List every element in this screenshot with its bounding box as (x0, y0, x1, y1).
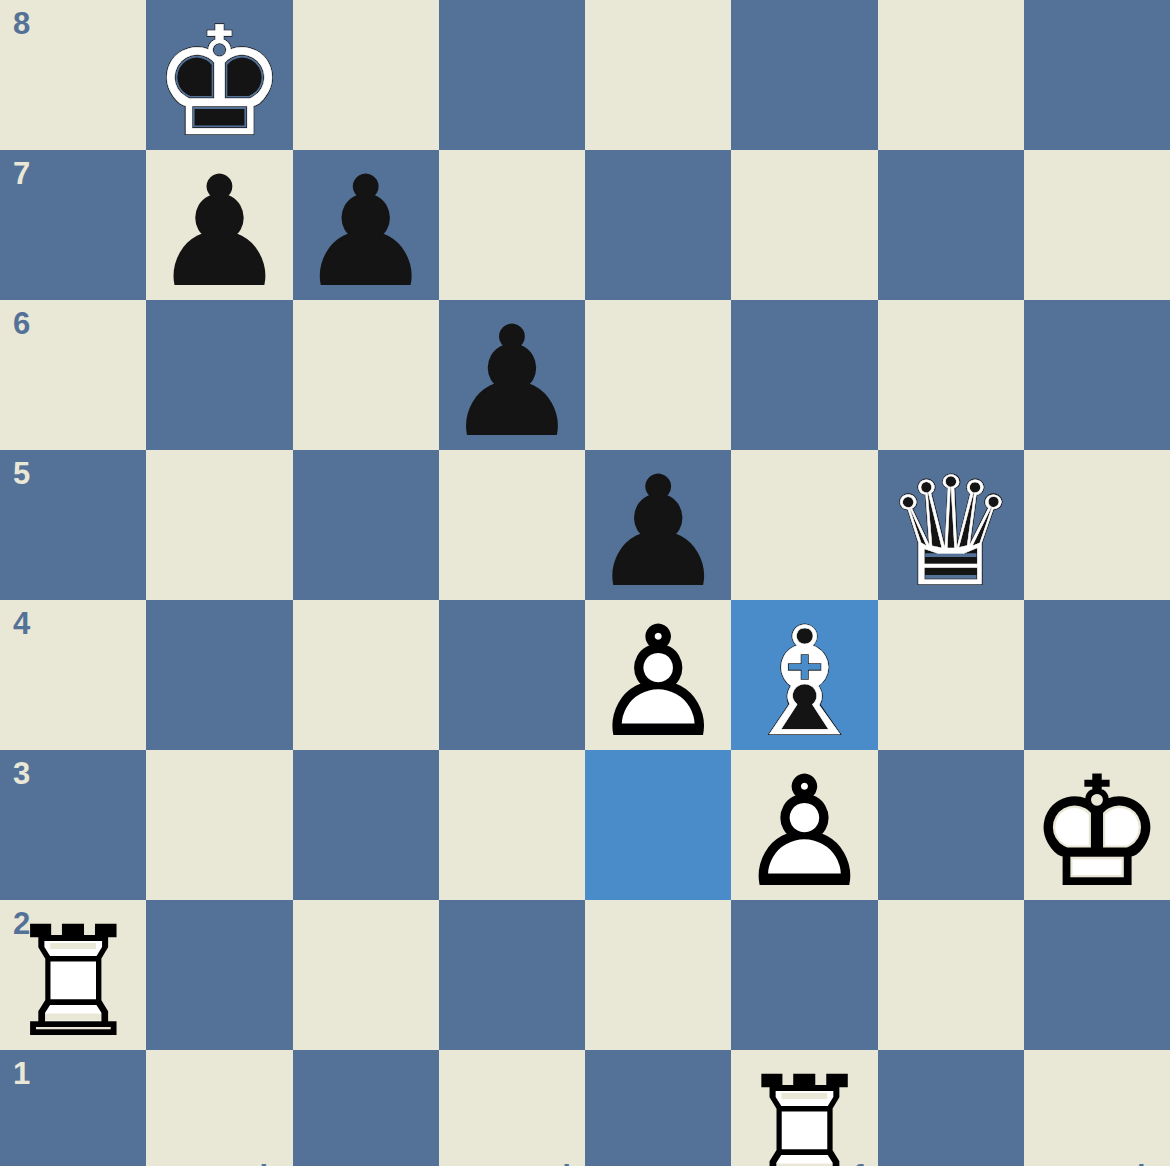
square-c1[interactable]: c (293, 1050, 439, 1166)
square-f8[interactable] (731, 0, 877, 150)
square-b8[interactable]: ♚♔ (146, 0, 292, 150)
square-g1[interactable]: g (878, 1050, 1024, 1166)
black-queen-g5[interactable]: ♛♕ (878, 450, 1024, 600)
white-rook-glyph: ♜ (6, 907, 140, 1057)
file-label-e: e (700, 1161, 717, 1166)
white-pawn-glyph: ♟ (737, 757, 871, 907)
black-pawn-d6[interactable]: ♟ (439, 300, 585, 450)
white-pawn-outline: ♙ (591, 607, 725, 757)
black-bishop-f4[interactable]: ♝♗ (731, 600, 877, 750)
white-pawn-f3[interactable]: ♟♙ (731, 750, 877, 900)
square-e4[interactable]: ♟♙ (585, 600, 731, 750)
file-label-h: h (1137, 1161, 1156, 1166)
square-e5[interactable]: ♟ (585, 450, 731, 600)
square-a2[interactable]: 2♜♖ (0, 900, 146, 1050)
square-b3[interactable] (146, 750, 292, 900)
square-e2[interactable] (585, 900, 731, 1050)
rank-label-7: 7 (13, 158, 30, 189)
white-rook-a2[interactable]: ♜♖ (0, 900, 146, 1050)
square-d3[interactable] (439, 750, 585, 900)
square-g8[interactable] (878, 0, 1024, 150)
square-d1[interactable]: d (439, 1050, 585, 1166)
rank-label-6: 6 (13, 308, 30, 339)
file-label-g: g (991, 1161, 1010, 1166)
square-a4[interactable]: 4 (0, 600, 146, 750)
square-h3[interactable]: ♚♔ (1024, 750, 1170, 900)
square-a6[interactable]: 6 (0, 300, 146, 450)
square-d8[interactable] (439, 0, 585, 150)
square-f6[interactable] (731, 300, 877, 450)
black-pawn-glyph: ♟ (445, 307, 579, 457)
square-b2[interactable] (146, 900, 292, 1050)
white-rook-outline: ♖ (737, 1057, 871, 1166)
black-pawn-b7[interactable]: ♟ (146, 150, 292, 300)
square-c3[interactable] (293, 750, 439, 900)
square-g6[interactable] (878, 300, 1024, 450)
square-a1[interactable]: 1a (0, 1050, 146, 1166)
square-a7[interactable]: 7 (0, 150, 146, 300)
square-a3[interactable]: 3 (0, 750, 146, 900)
square-h4[interactable] (1024, 600, 1170, 750)
black-king-b8[interactable]: ♚♔ (146, 0, 292, 150)
black-pawn-c7[interactable]: ♟ (293, 150, 439, 300)
square-c8[interactable] (293, 0, 439, 150)
square-d6[interactable]: ♟ (439, 300, 585, 450)
square-g4[interactable] (878, 600, 1024, 750)
square-g7[interactable] (878, 150, 1024, 300)
chess-board: 8♚♔7♟♟6♟5♟♛♕4♟♙♝♗3♟♙♚♔2♜♖1abcdef♜♖gh (0, 0, 1170, 1166)
square-e8[interactable] (585, 0, 731, 150)
square-b1[interactable]: b (146, 1050, 292, 1166)
square-g5[interactable]: ♛♕ (878, 450, 1024, 600)
rank-label-4: 4 (13, 608, 30, 639)
rank-label-3: 3 (13, 758, 30, 789)
black-bishop-glyph: ♝ (737, 607, 871, 757)
square-d7[interactable] (439, 150, 585, 300)
square-f3[interactable]: ♟♙ (731, 750, 877, 900)
white-rook-glyph: ♜ (737, 1057, 871, 1166)
square-h6[interactable] (1024, 300, 1170, 450)
square-h1[interactable]: h (1024, 1050, 1170, 1166)
square-d2[interactable] (439, 900, 585, 1050)
rank-label-1: 1 (13, 1058, 30, 1089)
black-pawn-glyph: ♟ (298, 157, 432, 307)
black-pawn-e5[interactable]: ♟ (585, 450, 731, 600)
square-f5[interactable] (731, 450, 877, 600)
square-d4[interactable] (439, 600, 585, 750)
square-a8[interactable]: 8 (0, 0, 146, 150)
square-a5[interactable]: 5 (0, 450, 146, 600)
square-g3[interactable] (878, 750, 1024, 900)
square-f4[interactable]: ♝♗ (731, 600, 877, 750)
square-f2[interactable] (731, 900, 877, 1050)
white-king-outline: ♔ (1030, 757, 1164, 907)
square-c2[interactable] (293, 900, 439, 1050)
black-queen-detail: ♕ (883, 457, 1017, 607)
square-g2[interactable] (878, 900, 1024, 1050)
square-h7[interactable] (1024, 150, 1170, 300)
black-pawn-glyph: ♟ (152, 157, 286, 307)
file-label-b: b (260, 1161, 279, 1166)
rank-label-5: 5 (13, 458, 30, 489)
white-rook-f1[interactable]: ♜♖ (731, 1050, 877, 1166)
square-e3[interactable] (585, 750, 731, 900)
white-pawn-outline: ♙ (737, 757, 871, 907)
square-e7[interactable] (585, 150, 731, 300)
square-c7[interactable]: ♟ (293, 150, 439, 300)
file-label-a: a (115, 1161, 132, 1166)
file-label-c: c (408, 1161, 425, 1166)
black-king-detail: ♔ (152, 7, 286, 157)
square-c6[interactable] (293, 300, 439, 450)
white-king-glyph: ♚ (1030, 757, 1164, 907)
square-h5[interactable] (1024, 450, 1170, 600)
square-f1[interactable]: f♜♖ (731, 1050, 877, 1166)
rank-label-8: 8 (13, 8, 30, 39)
square-h8[interactable] (1024, 0, 1170, 150)
white-pawn-e4[interactable]: ♟♙ (585, 600, 731, 750)
white-rook-outline: ♖ (6, 907, 140, 1057)
black-pawn-glyph: ♟ (591, 457, 725, 607)
square-f7[interactable] (731, 150, 877, 300)
square-h2[interactable] (1024, 900, 1170, 1050)
square-b4[interactable] (146, 600, 292, 750)
square-c5[interactable] (293, 450, 439, 600)
square-b5[interactable] (146, 450, 292, 600)
black-bishop-detail: ♗ (737, 607, 871, 757)
square-d5[interactable] (439, 450, 585, 600)
white-pawn-glyph: ♟ (591, 607, 725, 757)
square-b6[interactable] (146, 300, 292, 450)
square-e1[interactable]: e (585, 1050, 731, 1166)
square-b7[interactable]: ♟ (146, 150, 292, 300)
file-label-d: d (552, 1161, 571, 1166)
black-queen-glyph: ♛ (883, 457, 1017, 607)
black-king-glyph: ♚ (152, 7, 286, 157)
square-c4[interactable] (293, 600, 439, 750)
square-e6[interactable] (585, 300, 731, 450)
white-king-h3[interactable]: ♚♔ (1024, 750, 1170, 900)
